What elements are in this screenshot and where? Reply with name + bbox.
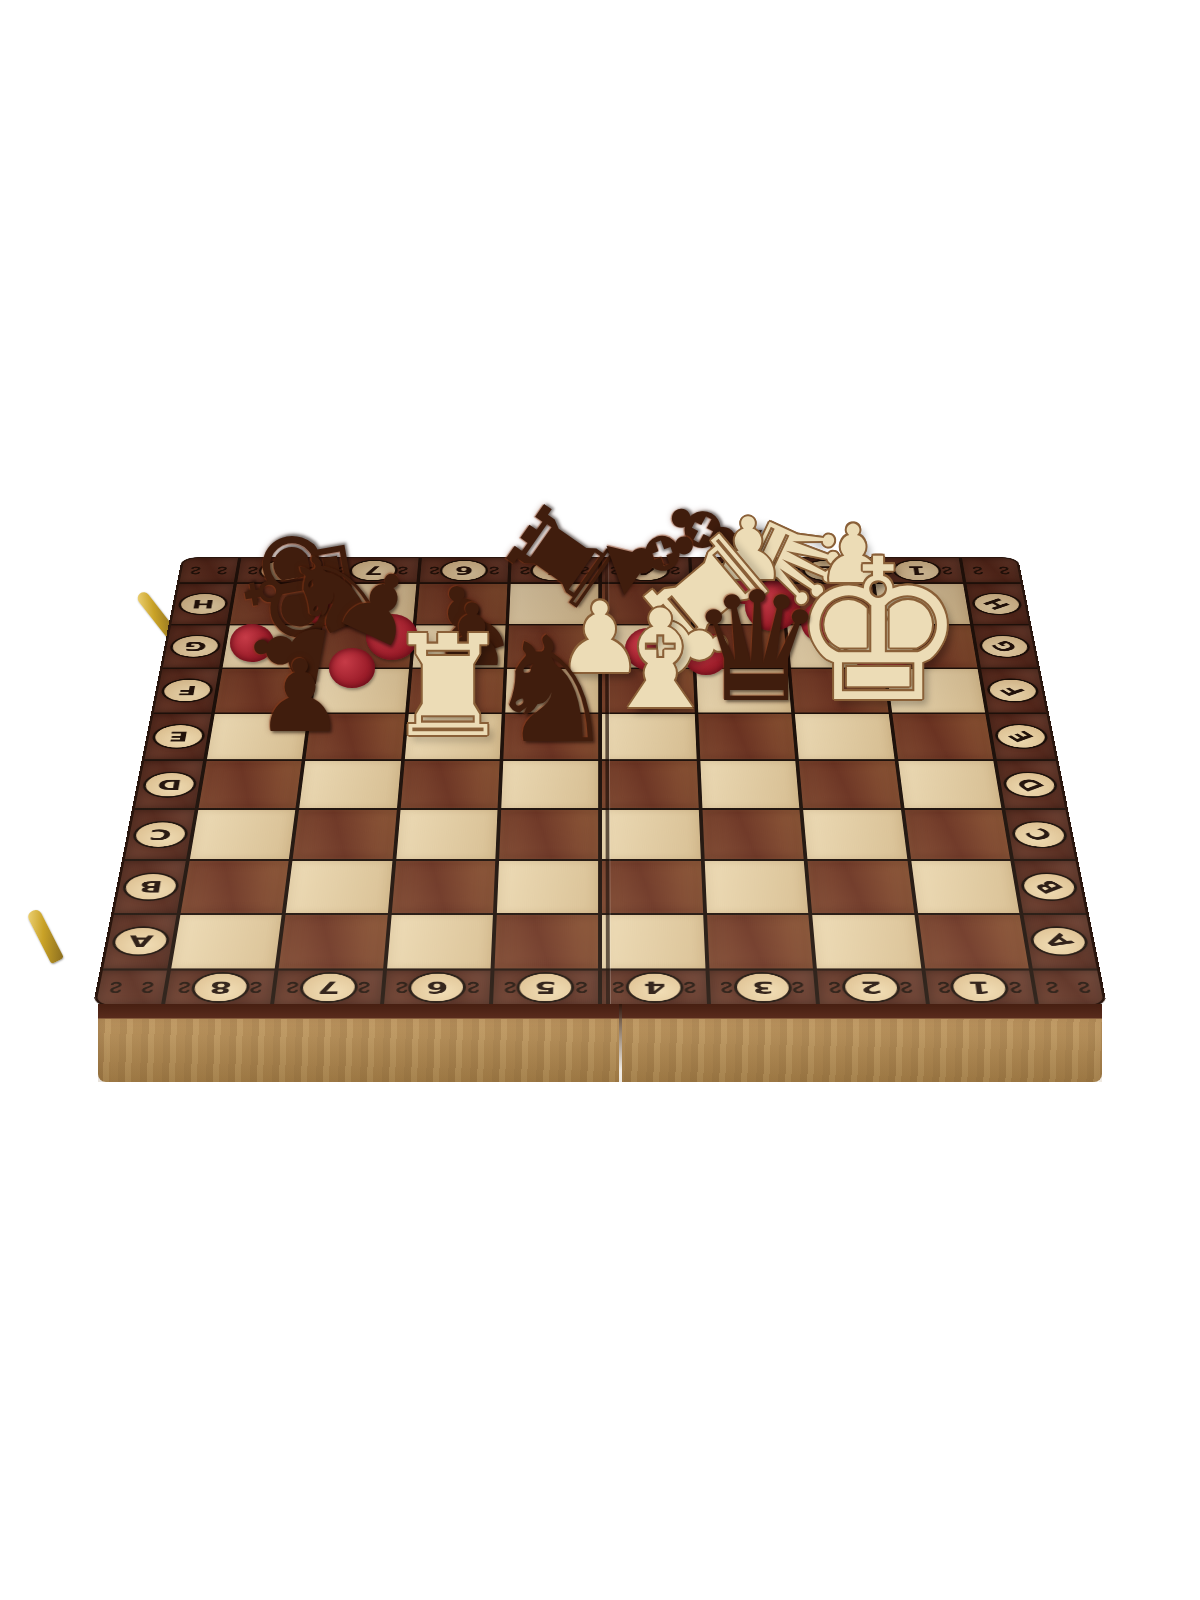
dark-pawn-standing-b6: ♟ (255, 647, 345, 747)
pieces-layer: ♝♜♝♛♟♟♚♞♜♟♟♞♟♟♟♟♚♛♝♟♜♞ (0, 0, 1200, 1600)
light-bishop-standing-e6: ♝ (599, 592, 721, 728)
photo-scene: ∾∾∾∾8∾∾7∾∾6∾∾5∾∾4∾∾3∾∾2∾∾1∾∾∾∾H∾∾H∾∾G∾∾G… (0, 0, 1200, 1600)
dark-knight-standing-d6: ♞ (486, 617, 617, 763)
